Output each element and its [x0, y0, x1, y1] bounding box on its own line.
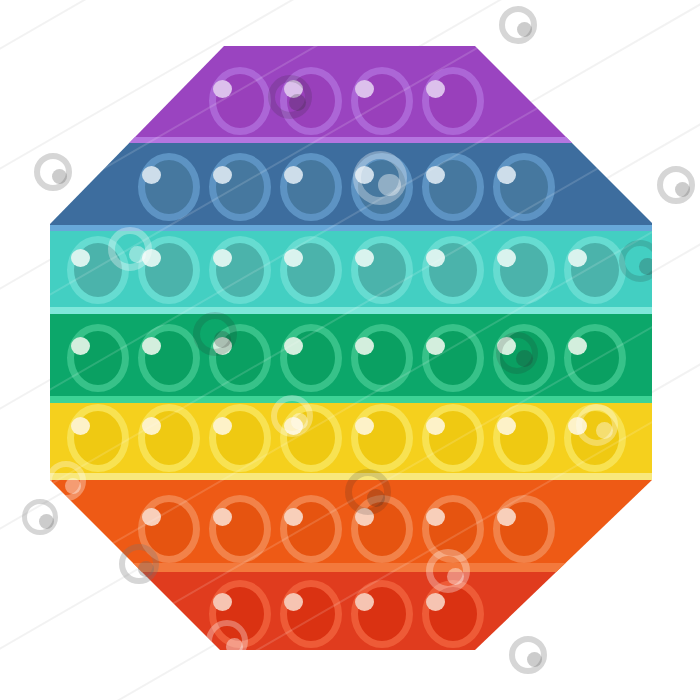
bubble-r4-c1[interactable]: [67, 324, 129, 392]
watermark-logo-swirl: [291, 413, 308, 430]
bubble-highlight: [71, 337, 90, 355]
bubble-r5-c3[interactable]: [209, 404, 271, 472]
bubble-highlight: [497, 508, 516, 526]
bubble-r1-c3[interactable]: [351, 67, 413, 135]
bubble-r3-c4[interactable]: [280, 236, 342, 304]
bubble-r4-c2[interactable]: [138, 324, 200, 392]
bubble-highlight: [568, 249, 587, 267]
bubble-highlight: [426, 80, 445, 98]
bubble-highlight: [284, 337, 303, 355]
watermark-logo: [34, 153, 72, 191]
bubble-highlight: [355, 80, 374, 98]
bubble-highlight: [71, 249, 90, 267]
bubble-highlight: [355, 337, 374, 355]
bubble-r5-c7[interactable]: [493, 404, 555, 472]
watermark-logo: [193, 312, 237, 356]
bubble-r2-c5[interactable]: [422, 153, 484, 221]
bubble-highlight: [284, 508, 303, 526]
bubble-highlight: [213, 80, 232, 98]
bubble-highlight: [426, 508, 445, 526]
bubble-r7-c2[interactable]: [280, 580, 342, 648]
watermark-logo: [576, 404, 618, 446]
bubble-highlight: [284, 166, 303, 184]
watermark-logo-swirl: [378, 174, 400, 196]
watermark-logo-swirl: [226, 638, 243, 655]
watermark-logo-swirl: [52, 169, 67, 184]
watermark-logo-swirl: [447, 568, 464, 585]
watermark-logo-swirl: [639, 258, 656, 275]
bubble-highlight: [426, 593, 445, 611]
watermark-logo-swirl: [214, 331, 231, 348]
watermark-logo-swirl: [65, 478, 81, 494]
bubble-r6-c2[interactable]: [209, 495, 271, 563]
watermark-logo: [353, 151, 407, 205]
bubble-r3-c8[interactable]: [564, 236, 626, 304]
bubble-r2-c2[interactable]: [209, 153, 271, 221]
bubble-highlight: [142, 417, 161, 435]
bubble-r4-c5[interactable]: [351, 324, 413, 392]
watermark-logo-swirl: [39, 514, 54, 529]
watermark-logo-swirl: [596, 422, 613, 439]
watermark-logo: [619, 240, 661, 282]
bubble-highlight: [213, 417, 232, 435]
watermark-logo-swirl: [367, 489, 386, 508]
watermark-logo-swirl: [138, 561, 154, 577]
bubble-highlight: [426, 337, 445, 355]
watermark-logo-swirl: [129, 246, 146, 263]
bubble-highlight: [142, 508, 161, 526]
bubble-highlight: [71, 417, 90, 435]
bubble-r4-c4[interactable]: [280, 324, 342, 392]
bubble-r3-c5[interactable]: [351, 236, 413, 304]
bubble-highlight: [213, 166, 232, 184]
bubble-highlight: [142, 337, 161, 355]
bubble-highlight: [284, 593, 303, 611]
watermark-logo: [271, 395, 313, 437]
bubble-r5-c5[interactable]: [351, 404, 413, 472]
bubble-highlight: [142, 166, 161, 184]
watermark-logo-swirl: [289, 94, 306, 111]
watermark-logo: [499, 6, 537, 44]
bubble-highlight: [213, 593, 232, 611]
bubble-r3-c6[interactable]: [422, 236, 484, 304]
bubble-r1-c1[interactable]: [209, 67, 271, 135]
watermark-logo: [206, 620, 248, 662]
watermark-logo-swirl: [517, 22, 532, 37]
watermark-logo: [657, 166, 695, 204]
bubble-r5-c1[interactable]: [67, 404, 129, 472]
watermark-logo: [509, 636, 547, 674]
watermark-logo: [345, 469, 391, 515]
bubble-highlight: [355, 249, 374, 267]
watermark-logo: [426, 549, 470, 593]
bubble-r6-c6[interactable]: [493, 495, 555, 563]
bubble-highlight: [426, 166, 445, 184]
bubble-r5-c2[interactable]: [138, 404, 200, 472]
bubble-highlight: [426, 417, 445, 435]
bubble-r7-c3[interactable]: [351, 580, 413, 648]
bubble-highlight: [497, 249, 516, 267]
watermark-logo-swirl: [516, 350, 533, 367]
bubble-highlight: [497, 166, 516, 184]
bubble-r3-c7[interactable]: [493, 236, 555, 304]
bubble-r5-c6[interactable]: [422, 404, 484, 472]
watermark-logo-swirl: [527, 652, 542, 667]
watermark-logo: [268, 75, 312, 119]
bubble-highlight: [355, 417, 374, 435]
row-edge-highlight-teal: [50, 307, 652, 314]
bubble-r2-c3[interactable]: [280, 153, 342, 221]
bubble-highlight: [284, 249, 303, 267]
bubble-r1-c4[interactable]: [422, 67, 484, 135]
watermark-logo: [119, 544, 159, 584]
bubble-highlight: [497, 417, 516, 435]
row-edge-highlight-green: [50, 396, 652, 403]
watermark-logo: [496, 332, 538, 374]
bubble-r4-c8[interactable]: [564, 324, 626, 392]
bubble-r6-c3[interactable]: [280, 495, 342, 563]
bubble-highlight: [426, 249, 445, 267]
bubble-r4-c6[interactable]: [422, 324, 484, 392]
watermark-logo: [108, 227, 152, 271]
bubble-r3-c3[interactable]: [209, 236, 271, 304]
bubble-highlight: [213, 249, 232, 267]
popit-illustration: [0, 0, 700, 700]
bubble-highlight: [213, 508, 232, 526]
watermark-logo-swirl: [675, 182, 690, 197]
bubble-highlight: [355, 593, 374, 611]
watermark-logo: [22, 499, 58, 535]
bubble-highlight: [568, 337, 587, 355]
bubble-r2-c6[interactable]: [493, 153, 555, 221]
bubble-r2-c1[interactable]: [138, 153, 200, 221]
watermark-logo: [46, 461, 86, 501]
